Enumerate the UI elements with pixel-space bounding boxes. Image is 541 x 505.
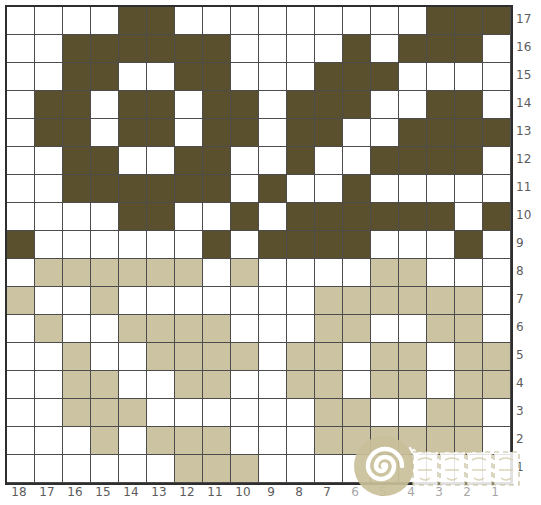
cell-r7-c12: [175, 287, 203, 315]
cell-r1-c10: [231, 455, 259, 483]
cell-r4-c11: [203, 371, 231, 399]
cell-r15-c1: [483, 63, 511, 91]
cell-r8-c14: [119, 259, 147, 287]
cell-r9-c17: [35, 231, 63, 259]
cell-r10-c16: [63, 203, 91, 231]
cell-r14-c3: [427, 91, 455, 119]
cell-r3-c13: [147, 399, 175, 427]
cell-r6-c1: [483, 315, 511, 343]
cell-r6-c5: [371, 315, 399, 343]
cell-r16-c9: [259, 35, 287, 63]
cell-r14-c6: [343, 91, 371, 119]
cell-r13-c11: [203, 119, 231, 147]
column-label-2: 2: [453, 484, 481, 500]
cell-r1-c3: [427, 455, 455, 483]
cell-r16-c7: [315, 35, 343, 63]
cell-r12-c14: [119, 147, 147, 175]
row-label-3: 3: [516, 397, 540, 425]
cell-r7-c17: [35, 287, 63, 315]
cell-r10-c17: [35, 203, 63, 231]
cell-r7-c8: [287, 287, 315, 315]
cell-r12-c6: [343, 147, 371, 175]
cell-r7-c9: [259, 287, 287, 315]
cell-r1-c18: [7, 455, 35, 483]
cell-r17-c11: [203, 7, 231, 35]
cell-r8-c1: [483, 259, 511, 287]
cell-r11-c18: [7, 175, 35, 203]
cell-r5-c16: [63, 343, 91, 371]
cell-r17-c6: [343, 7, 371, 35]
cell-r3-c1: [483, 399, 511, 427]
cell-r4-c3: [427, 371, 455, 399]
cell-r13-c9: [259, 119, 287, 147]
cell-r9-c16: [63, 231, 91, 259]
cell-r4-c16: [63, 371, 91, 399]
cell-r10-c5: [371, 203, 399, 231]
cell-r17-c12: [175, 7, 203, 35]
cell-r11-c9: [259, 175, 287, 203]
cell-r7-c2: [455, 287, 483, 315]
cell-r16-c8: [287, 35, 315, 63]
cell-r14-c1: [483, 91, 511, 119]
cell-r1-c16: [63, 455, 91, 483]
cell-r11-c13: [147, 175, 175, 203]
cell-r1-c5: [371, 455, 399, 483]
cell-r9-c14: [119, 231, 147, 259]
cell-r11-c1: [483, 175, 511, 203]
cell-r3-c10: [231, 399, 259, 427]
cell-r4-c1: [483, 371, 511, 399]
cell-r5-c14: [119, 343, 147, 371]
cell-r3-c6: [343, 399, 371, 427]
cell-r15-c18: [7, 63, 35, 91]
cell-r12-c15: [91, 147, 119, 175]
cell-r16-c16: [63, 35, 91, 63]
column-label-5: 5: [369, 484, 397, 500]
column-label-16: 16: [61, 484, 89, 500]
cell-r14-c10: [231, 91, 259, 119]
cell-r16-c5: [371, 35, 399, 63]
cell-r6-c12: [175, 315, 203, 343]
row-label-14: 14: [516, 89, 540, 117]
cell-r6-c9: [259, 315, 287, 343]
cell-r1-c2: [455, 455, 483, 483]
row-label-16: 16: [516, 33, 540, 61]
cell-r17-c2: [455, 7, 483, 35]
cell-r5-c11: [203, 343, 231, 371]
cell-r3-c16: [63, 399, 91, 427]
cell-r17-c14: [119, 7, 147, 35]
row-label-12: 12: [516, 145, 540, 173]
cell-r2-c18: [7, 427, 35, 455]
cell-r5-c6: [343, 343, 371, 371]
cell-r15-c5: [371, 63, 399, 91]
cell-r14-c4: [399, 91, 427, 119]
cell-r8-c13: [147, 259, 175, 287]
cell-r14-c18: [7, 91, 35, 119]
cell-r16-c15: [91, 35, 119, 63]
cell-r7-c13: [147, 287, 175, 315]
cell-r14-c5: [371, 91, 399, 119]
cell-r2-c13: [147, 427, 175, 455]
cell-r1-c4: [399, 455, 427, 483]
cell-r12-c16: [63, 147, 91, 175]
cell-r1-c1: [483, 455, 511, 483]
cell-r15-c8: [287, 63, 315, 91]
cell-r6-c15: [91, 315, 119, 343]
cell-r12-c9: [259, 147, 287, 175]
cell-r9-c8: [287, 231, 315, 259]
cell-r6-c10: [231, 315, 259, 343]
row-label-5: 5: [516, 341, 540, 369]
cell-r8-c10: [231, 259, 259, 287]
cell-r9-c2: [455, 231, 483, 259]
cell-r12-c10: [231, 147, 259, 175]
cell-r2-c7: [315, 427, 343, 455]
cell-r8-c16: [63, 259, 91, 287]
column-label-1: 1: [481, 484, 509, 500]
cell-r10-c10: [231, 203, 259, 231]
cell-r17-c1: [483, 7, 511, 35]
cell-r11-c14: [119, 175, 147, 203]
cell-r14-c15: [91, 91, 119, 119]
cell-r4-c9: [259, 371, 287, 399]
cell-r17-c10: [231, 7, 259, 35]
cell-r11-c8: [287, 175, 315, 203]
cell-r10-c11: [203, 203, 231, 231]
column-label-6: 6: [341, 484, 369, 500]
cell-r5-c10: [231, 343, 259, 371]
column-label-14: 14: [117, 484, 145, 500]
row-label-15: 15: [516, 61, 540, 89]
chart-page: 1716151413121110987654321 18171615141312…: [0, 0, 541, 505]
cell-r3-c3: [427, 399, 455, 427]
cell-r1-c6: [343, 455, 371, 483]
cell-r5-c17: [35, 343, 63, 371]
cell-r2-c9: [259, 427, 287, 455]
cell-r9-c1: [483, 231, 511, 259]
cell-r8-c6: [343, 259, 371, 287]
cell-r4-c6: [343, 371, 371, 399]
cell-r8-c11: [203, 259, 231, 287]
cell-r4-c10: [231, 371, 259, 399]
cell-r10-c6: [343, 203, 371, 231]
cell-r1-c12: [175, 455, 203, 483]
cell-r5-c13: [147, 343, 175, 371]
cell-r10-c14: [119, 203, 147, 231]
cell-r7-c5: [371, 287, 399, 315]
cell-r10-c12: [175, 203, 203, 231]
cell-r4-c17: [35, 371, 63, 399]
cell-r3-c9: [259, 399, 287, 427]
cell-r15-c15: [91, 63, 119, 91]
cell-r11-c4: [399, 175, 427, 203]
column-label-15: 15: [89, 484, 117, 500]
cell-r6-c13: [147, 315, 175, 343]
cell-r3-c14: [119, 399, 147, 427]
cell-r15-c6: [343, 63, 371, 91]
cell-r13-c4: [399, 119, 427, 147]
cell-r5-c4: [399, 343, 427, 371]
column-label-4: 4: [397, 484, 425, 500]
cell-r11-c12: [175, 175, 203, 203]
cell-r4-c5: [371, 371, 399, 399]
cell-r3-c2: [455, 399, 483, 427]
cell-r17-c8: [287, 7, 315, 35]
cell-r11-c15: [91, 175, 119, 203]
cell-r5-c7: [315, 343, 343, 371]
cell-r1-c9: [259, 455, 287, 483]
cell-r16-c6: [343, 35, 371, 63]
cell-r8-c5: [371, 259, 399, 287]
cell-r4-c14: [119, 371, 147, 399]
cell-r6-c6: [343, 315, 371, 343]
cell-r14-c11: [203, 91, 231, 119]
cell-r1-c11: [203, 455, 231, 483]
cell-r15-c7: [315, 63, 343, 91]
cell-r13-c16: [63, 119, 91, 147]
cell-r17-c17: [35, 7, 63, 35]
cell-r2-c14: [119, 427, 147, 455]
column-label-18: 18: [5, 484, 33, 500]
cell-r6-c8: [287, 315, 315, 343]
column-label-7: 7: [313, 484, 341, 500]
cell-r13-c10: [231, 119, 259, 147]
cell-r14-c7: [315, 91, 343, 119]
cell-r17-c5: [371, 7, 399, 35]
cell-r7-c11: [203, 287, 231, 315]
row-label-4: 4: [516, 369, 540, 397]
cell-r4-c13: [147, 371, 175, 399]
cell-r2-c3: [427, 427, 455, 455]
row-label-1: 1: [516, 453, 540, 481]
cell-r15-c16: [63, 63, 91, 91]
cell-r12-c4: [399, 147, 427, 175]
row-label-10: 10: [516, 201, 540, 229]
cell-r11-c5: [371, 175, 399, 203]
cell-r15-c9: [259, 63, 287, 91]
cell-r12-c12: [175, 147, 203, 175]
cell-r16-c18: [7, 35, 35, 63]
cell-r11-c6: [343, 175, 371, 203]
cell-r12-c17: [35, 147, 63, 175]
cell-r17-c7: [315, 7, 343, 35]
row-label-2: 2: [516, 425, 540, 453]
cell-r2-c11: [203, 427, 231, 455]
column-label-8: 8: [285, 484, 313, 500]
cell-r15-c10: [231, 63, 259, 91]
cell-r12-c8: [287, 147, 315, 175]
row-label-8: 8: [516, 257, 540, 285]
cell-r9-c5: [371, 231, 399, 259]
cell-r4-c8: [287, 371, 315, 399]
cell-r5-c1: [483, 343, 511, 371]
cell-r10-c7: [315, 203, 343, 231]
cell-r9-c18: [7, 231, 35, 259]
cell-r5-c12: [175, 343, 203, 371]
cell-r10-c2: [455, 203, 483, 231]
cell-r13-c13: [147, 119, 175, 147]
column-label-11: 11: [201, 484, 229, 500]
cell-r10-c15: [91, 203, 119, 231]
cell-r8-c8: [287, 259, 315, 287]
cell-r15-c2: [455, 63, 483, 91]
cell-r5-c8: [287, 343, 315, 371]
cell-r10-c13: [147, 203, 175, 231]
cell-r5-c15: [91, 343, 119, 371]
pattern-grid: [5, 5, 513, 485]
cell-r2-c10: [231, 427, 259, 455]
cell-r2-c15: [91, 427, 119, 455]
column-label-9: 9: [257, 484, 285, 500]
cell-r9-c3: [427, 231, 455, 259]
cell-r13-c14: [119, 119, 147, 147]
cell-r12-c2: [455, 147, 483, 175]
cell-r13-c1: [483, 119, 511, 147]
cell-r13-c3: [427, 119, 455, 147]
cell-r12-c11: [203, 147, 231, 175]
cell-r15-c17: [35, 63, 63, 91]
cell-r12-c18: [7, 147, 35, 175]
cell-r14-c14: [119, 91, 147, 119]
cell-r10-c1: [483, 203, 511, 231]
cell-r16-c17: [35, 35, 63, 63]
cell-r9-c9: [259, 231, 287, 259]
cell-r14-c12: [175, 91, 203, 119]
cell-r1-c13: [147, 455, 175, 483]
cell-r16-c11: [203, 35, 231, 63]
cell-r4-c7: [315, 371, 343, 399]
cell-r2-c6: [343, 427, 371, 455]
cell-r7-c4: [399, 287, 427, 315]
cell-r5-c2: [455, 343, 483, 371]
cell-r13-c8: [287, 119, 315, 147]
row-label-13: 13: [516, 117, 540, 145]
cell-r16-c12: [175, 35, 203, 63]
cell-r8-c9: [259, 259, 287, 287]
cell-r17-c9: [259, 7, 287, 35]
cell-r2-c12: [175, 427, 203, 455]
column-label-12: 12: [173, 484, 201, 500]
cell-r3-c4: [399, 399, 427, 427]
cell-r5-c9: [259, 343, 287, 371]
cell-r1-c17: [35, 455, 63, 483]
cell-r8-c3: [427, 259, 455, 287]
cell-r6-c2: [455, 315, 483, 343]
cell-r2-c8: [287, 427, 315, 455]
cell-r7-c7: [315, 287, 343, 315]
cell-r12-c13: [147, 147, 175, 175]
cell-r2-c17: [35, 427, 63, 455]
row-label-6: 6: [516, 313, 540, 341]
cell-r6-c18: [7, 315, 35, 343]
cell-r8-c4: [399, 259, 427, 287]
cell-r6-c4: [399, 315, 427, 343]
cell-r6-c3: [427, 315, 455, 343]
cell-r16-c2: [455, 35, 483, 63]
cell-r17-c3: [427, 7, 455, 35]
row-label-7: 7: [516, 285, 540, 313]
cell-r6-c17: [35, 315, 63, 343]
cell-r6-c11: [203, 315, 231, 343]
cell-r8-c17: [35, 259, 63, 287]
cell-r5-c3: [427, 343, 455, 371]
cell-r9-c15: [91, 231, 119, 259]
cell-r16-c1: [483, 35, 511, 63]
cell-r3-c8: [287, 399, 315, 427]
cell-r10-c3: [427, 203, 455, 231]
cell-r17-c4: [399, 7, 427, 35]
cell-r4-c2: [455, 371, 483, 399]
cell-r1-c15: [91, 455, 119, 483]
cell-r13-c7: [315, 119, 343, 147]
cell-r17-c15: [91, 7, 119, 35]
cell-r13-c2: [455, 119, 483, 147]
cell-r12-c3: [427, 147, 455, 175]
cell-r13-c5: [371, 119, 399, 147]
cell-r17-c13: [147, 7, 175, 35]
cell-r9-c11: [203, 231, 231, 259]
cell-r12-c5: [371, 147, 399, 175]
cell-r15-c11: [203, 63, 231, 91]
cell-r15-c4: [399, 63, 427, 91]
cell-r13-c6: [343, 119, 371, 147]
cell-r14-c8: [287, 91, 315, 119]
cell-r11-c17: [35, 175, 63, 203]
cell-r8-c2: [455, 259, 483, 287]
cell-r4-c12: [175, 371, 203, 399]
cell-r12-c1: [483, 147, 511, 175]
cell-r16-c4: [399, 35, 427, 63]
cell-r3-c11: [203, 399, 231, 427]
cell-r14-c13: [147, 91, 175, 119]
cell-r16-c3: [427, 35, 455, 63]
cell-r7-c1: [483, 287, 511, 315]
cell-r8-c15: [91, 259, 119, 287]
cell-r2-c16: [63, 427, 91, 455]
cell-r10-c4: [399, 203, 427, 231]
cell-r5-c5: [371, 343, 399, 371]
cell-r7-c3: [427, 287, 455, 315]
cell-r14-c2: [455, 91, 483, 119]
cell-r10-c18: [7, 203, 35, 231]
cell-r7-c6: [343, 287, 371, 315]
cell-r9-c12: [175, 231, 203, 259]
cell-r8-c7: [315, 259, 343, 287]
cell-r3-c5: [371, 399, 399, 427]
cell-r9-c6: [343, 231, 371, 259]
cell-r2-c1: [483, 427, 511, 455]
cell-r12-c7: [315, 147, 343, 175]
cell-r15-c3: [427, 63, 455, 91]
cell-r7-c16: [63, 287, 91, 315]
cell-r3-c7: [315, 399, 343, 427]
cell-r7-c14: [119, 287, 147, 315]
cell-r6-c14: [119, 315, 147, 343]
column-label-17: 17: [33, 484, 61, 500]
cell-r4-c18: [7, 371, 35, 399]
cell-r16-c14: [119, 35, 147, 63]
cell-r11-c16: [63, 175, 91, 203]
cell-r15-c12: [175, 63, 203, 91]
cell-r9-c7: [315, 231, 343, 259]
cell-r9-c4: [399, 231, 427, 259]
cell-r6-c16: [63, 315, 91, 343]
cell-r17-c18: [7, 7, 35, 35]
column-label-10: 10: [229, 484, 257, 500]
cell-r11-c3: [427, 175, 455, 203]
cell-r16-c10: [231, 35, 259, 63]
